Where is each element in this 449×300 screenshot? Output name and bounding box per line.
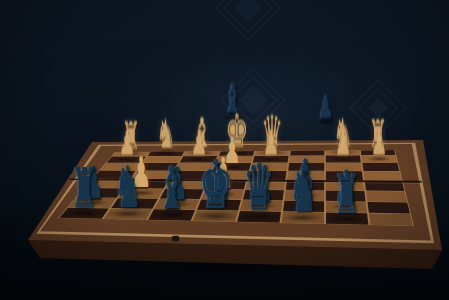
piece-white-knight-g1: ♞ <box>156 115 176 155</box>
chess-photo: ♜♞♛♚♝♞♜♟♟♟♟♟♟♟♟♜♞♛♚♝♞♜♟♟♟♟♟♟♟♝♟ <box>0 0 449 300</box>
piece-black-rook-b8: ♜ <box>333 166 360 221</box>
piece-white-pawn-a2: ♟ <box>371 126 388 160</box>
piece-black-knight-c8: ♞ <box>289 162 318 220</box>
piece-black-rook-h8: ♜ <box>71 161 98 216</box>
piece-black-bishop-f8: ♝ <box>157 158 186 217</box>
piece-black-queen-d8: ♛ <box>244 156 276 220</box>
piece-white-pawn-b2: ♟ <box>334 126 351 160</box>
piece-black-pawn: ♟ <box>318 92 334 124</box>
piece-black-knight-g8: ♞ <box>114 159 143 217</box>
piece-black-king-e8: ♚ <box>199 151 232 218</box>
